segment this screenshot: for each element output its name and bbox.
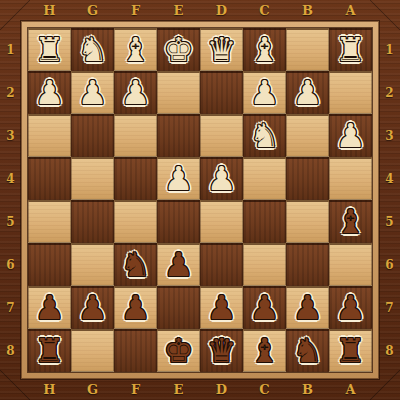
rank-label-right-2: 2 [379,71,400,114]
rank-label-right-7: 7 [379,286,400,329]
black-pawn[interactable]: ♟ [164,248,194,281]
square-h5[interactable] [28,200,71,243]
white-knight[interactable]: ♞ [250,119,280,152]
square-f1[interactable]: ♝ [114,28,157,71]
square-c7[interactable]: ♟ [243,286,286,329]
file-label-top-D: D [200,0,243,21]
black-pawn[interactable]: ♟ [207,291,237,324]
rank-label-right-5: 5 [379,200,400,243]
square-g1[interactable]: ♞ [71,28,114,71]
white-pawn[interactable]: ♟ [207,162,237,195]
square-h8[interactable]: ♜ [28,329,71,372]
file-label-top-A: A [329,0,372,21]
square-a7[interactable]: ♟ [329,286,372,329]
rank-label-left-2: 2 [0,71,21,114]
file-label-bottom-F: F [114,379,157,400]
black-pawn[interactable]: ♟ [35,291,65,324]
square-f6[interactable]: ♞ [114,243,157,286]
square-f8[interactable] [114,329,157,372]
file-label-bottom-B: B [286,379,329,400]
square-e4[interactable]: ♟ [157,157,200,200]
file-label-top-C: C [243,0,286,21]
square-g8[interactable] [71,329,114,372]
white-rook[interactable]: ♜ [35,33,65,66]
black-rook[interactable]: ♜ [35,334,65,367]
white-queen[interactable]: ♛ [207,33,237,66]
black-queen[interactable]: ♛ [207,334,237,367]
square-f4[interactable] [114,157,157,200]
square-a8[interactable]: ♜ [329,329,372,372]
square-f3[interactable] [114,114,157,157]
white-pawn[interactable]: ♟ [293,76,323,109]
black-bishop[interactable]: ♝ [336,205,366,238]
white-knight[interactable]: ♞ [78,33,108,66]
square-h2[interactable]: ♟ [28,71,71,114]
file-label-bottom-C: C [243,379,286,400]
chess-board: ♜♞♝♚♛♝♜♟♟♟♟♟♞♟♟♟♝♞♟♟♟♟♟♟♟♟♜♚♛♝♞♜ [28,28,372,372]
file-label-top-H: H [28,0,71,21]
square-a4[interactable] [329,157,372,200]
file-label-bottom-D: D [200,379,243,400]
square-h7[interactable]: ♟ [28,286,71,329]
square-c3[interactable]: ♞ [243,114,286,157]
square-c8[interactable]: ♝ [243,329,286,372]
square-d2[interactable] [200,71,243,114]
rank-labels-left: 12345678 [0,28,21,372]
square-a3[interactable]: ♟ [329,114,372,157]
white-pawn[interactable]: ♟ [250,76,280,109]
square-b4[interactable] [286,157,329,200]
black-pawn[interactable]: ♟ [78,291,108,324]
square-c5[interactable] [243,200,286,243]
square-d7[interactable]: ♟ [200,286,243,329]
file-label-top-G: G [71,0,114,21]
rank-label-right-6: 6 [379,243,400,286]
black-king[interactable]: ♚ [164,334,194,367]
rank-label-left-7: 7 [0,286,21,329]
black-bishop[interactable]: ♝ [250,334,280,367]
square-c2[interactable]: ♟ [243,71,286,114]
rank-label-right-4: 4 [379,157,400,200]
file-label-bottom-H: H [28,379,71,400]
white-pawn[interactable]: ♟ [164,162,194,195]
rank-label-left-4: 4 [0,157,21,200]
square-b3[interactable] [286,114,329,157]
square-d8[interactable]: ♛ [200,329,243,372]
square-e1[interactable]: ♚ [157,28,200,71]
rank-label-right-3: 3 [379,114,400,157]
square-g7[interactable]: ♟ [71,286,114,329]
rank-label-left-6: 6 [0,243,21,286]
square-g2[interactable]: ♟ [71,71,114,114]
square-a2[interactable] [329,71,372,114]
square-d3[interactable] [200,114,243,157]
square-a6[interactable] [329,243,372,286]
rank-label-left-3: 3 [0,114,21,157]
file-labels-top: HGFEDCBA [28,0,372,21]
square-e8[interactable]: ♚ [157,329,200,372]
file-label-top-E: E [157,0,200,21]
square-f2[interactable]: ♟ [114,71,157,114]
black-pawn[interactable]: ♟ [293,291,323,324]
file-labels-bottom: HGFEDCBA [28,379,372,400]
square-d6[interactable] [200,243,243,286]
black-rook[interactable]: ♜ [336,334,366,367]
white-king[interactable]: ♚ [164,33,194,66]
file-label-top-F: F [114,0,157,21]
chess-app-window: HGFEDCBA HGFEDCBA 12345678 12345678 ♜♞♝♚… [0,0,400,400]
square-b5[interactable] [286,200,329,243]
file-label-bottom-E: E [157,379,200,400]
square-e6[interactable]: ♟ [157,243,200,286]
square-g3[interactable] [71,114,114,157]
square-h3[interactable] [28,114,71,157]
black-pawn[interactable]: ♟ [250,291,280,324]
white-bishop[interactable]: ♝ [121,33,151,66]
square-b6[interactable] [286,243,329,286]
black-knight[interactable]: ♞ [293,334,323,367]
white-bishop[interactable]: ♝ [250,33,280,66]
square-c4[interactable] [243,157,286,200]
file-label-bottom-G: G [71,379,114,400]
rank-label-right-8: 8 [379,329,400,372]
square-h6[interactable] [28,243,71,286]
rank-labels-right: 12345678 [379,28,400,372]
square-b7[interactable]: ♟ [286,286,329,329]
file-label-top-B: B [286,0,329,21]
rank-label-right-1: 1 [379,28,400,71]
square-e2[interactable] [157,71,200,114]
white-pawn[interactable]: ♟ [121,76,151,109]
rank-label-left-5: 5 [0,200,21,243]
square-g5[interactable] [71,200,114,243]
black-knight[interactable]: ♞ [121,248,151,281]
square-e5[interactable] [157,200,200,243]
black-pawn[interactable]: ♟ [336,291,366,324]
square-g6[interactable] [71,243,114,286]
rank-label-left-8: 8 [0,329,21,372]
file-label-bottom-A: A [329,379,372,400]
square-d1[interactable]: ♛ [200,28,243,71]
square-b2[interactable]: ♟ [286,71,329,114]
square-h4[interactable] [28,157,71,200]
white-rook[interactable]: ♜ [336,33,366,66]
square-f5[interactable] [114,200,157,243]
square-d5[interactable] [200,200,243,243]
square-e7[interactable] [157,286,200,329]
rank-label-left-1: 1 [0,28,21,71]
square-c6[interactable] [243,243,286,286]
square-b1[interactable] [286,28,329,71]
square-f7[interactable]: ♟ [114,286,157,329]
white-pawn[interactable]: ♟ [35,76,65,109]
square-b8[interactable]: ♞ [286,329,329,372]
square-a5[interactable]: ♝ [329,200,372,243]
square-d4[interactable]: ♟ [200,157,243,200]
square-h1[interactable]: ♜ [28,28,71,71]
square-g4[interactable] [71,157,114,200]
square-e3[interactable] [157,114,200,157]
square-a1[interactable]: ♜ [329,28,372,71]
black-pawn[interactable]: ♟ [121,291,151,324]
square-c1[interactable]: ♝ [243,28,286,71]
white-pawn[interactable]: ♟ [78,76,108,109]
white-pawn[interactable]: ♟ [336,119,366,152]
